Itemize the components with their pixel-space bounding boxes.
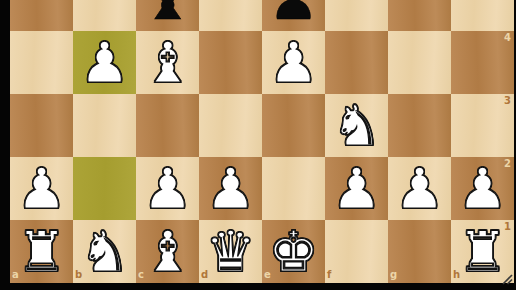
letterbox-bar-bottom	[0, 283, 516, 290]
file-label-d: d	[201, 270, 208, 280]
square-g1[interactable]: g	[388, 220, 451, 283]
square-h4[interactable]: 4	[451, 31, 514, 94]
square-b3[interactable]	[73, 94, 136, 157]
square-a2[interactable]: ♟	[10, 157, 73, 220]
white-pawn-g2[interactable]: ♟	[388, 157, 451, 220]
square-d2[interactable]: ♟	[199, 157, 262, 220]
white-bishop-c1[interactable]: ♝	[136, 220, 199, 283]
white-pawn-f2[interactable]: ♟	[325, 157, 388, 220]
white-pawn-c2[interactable]: ♟	[136, 157, 199, 220]
square-e3[interactable]	[262, 94, 325, 157]
square-f2[interactable]: ♟	[325, 157, 388, 220]
square-a4[interactable]	[10, 31, 73, 94]
white-pawn-d2[interactable]: ♟	[199, 157, 262, 220]
white-knight-f3[interactable]: ♞	[325, 94, 388, 157]
rank-label-4: 4	[504, 33, 511, 43]
square-b1[interactable]: ♞b	[73, 220, 136, 283]
file-label-c: c	[138, 270, 144, 280]
square-c4[interactable]: ♝	[136, 31, 199, 94]
chess-board[interactable]: 876♝♟5♟♝♟4♞3♟♟♟♟♟♟2♜a♞b♝c♛d♚efg♜h1	[10, 0, 514, 283]
file-label-f: f	[327, 270, 331, 280]
file-label-e: e	[264, 270, 271, 280]
square-c2[interactable]: ♟	[136, 157, 199, 220]
square-f1[interactable]: f	[325, 220, 388, 283]
file-label-b: b	[75, 270, 82, 280]
square-h3[interactable]: 3	[451, 94, 514, 157]
black-bishop-c5[interactable]: ♝	[136, 0, 199, 31]
square-b4[interactable]: ♟	[73, 31, 136, 94]
square-d4[interactable]	[199, 31, 262, 94]
rank-label-3: 3	[504, 96, 511, 106]
square-g4[interactable]	[388, 31, 451, 94]
square-d5[interactable]	[199, 0, 262, 31]
square-f3[interactable]: ♞	[325, 94, 388, 157]
black-pawn-e5[interactable]: ♟	[262, 0, 325, 31]
rank-label-2: 2	[504, 159, 511, 169]
square-a5[interactable]	[10, 0, 73, 31]
file-label-g: g	[390, 270, 397, 280]
square-e4[interactable]: ♟	[262, 31, 325, 94]
square-c5[interactable]: ♝	[136, 0, 199, 31]
square-h5[interactable]: 5	[451, 0, 514, 31]
square-b5[interactable]	[73, 0, 136, 31]
white-pawn-a2[interactable]: ♟	[10, 157, 73, 220]
square-c3[interactable]	[136, 94, 199, 157]
square-g5[interactable]	[388, 0, 451, 31]
rank-label-1: 1	[504, 222, 511, 232]
square-g3[interactable]	[388, 94, 451, 157]
video-frame: 876♝♟5♟♝♟4♞3♟♟♟♟♟♟2♜a♞b♝c♛d♚efg♜h1	[0, 0, 516, 290]
letterbox-bar-left	[0, 0, 10, 290]
white-pawn-b4[interactable]: ♟	[73, 31, 136, 94]
board-resize-handle-icon[interactable]	[501, 270, 513, 289]
square-h2[interactable]: ♟2	[451, 157, 514, 220]
white-king-e1[interactable]: ♚	[262, 220, 325, 283]
square-d3[interactable]	[199, 94, 262, 157]
white-pawn-e4[interactable]: ♟	[262, 31, 325, 94]
square-b2[interactable]	[73, 157, 136, 220]
square-e5[interactable]: ♟	[262, 0, 325, 31]
white-queen-d1[interactable]: ♛	[199, 220, 262, 283]
square-a1[interactable]: ♜a	[10, 220, 73, 283]
square-a3[interactable]	[10, 94, 73, 157]
square-f5[interactable]	[325, 0, 388, 31]
square-e2[interactable]	[262, 157, 325, 220]
file-label-a: a	[12, 270, 19, 280]
square-c1[interactable]: ♝c	[136, 220, 199, 283]
square-g2[interactable]: ♟	[388, 157, 451, 220]
square-d1[interactable]: ♛d	[199, 220, 262, 283]
white-rook-a1[interactable]: ♜	[10, 220, 73, 283]
file-label-h: h	[453, 270, 460, 280]
white-knight-b1[interactable]: ♞	[73, 220, 136, 283]
square-f4[interactable]	[325, 31, 388, 94]
square-e1[interactable]: ♚e	[262, 220, 325, 283]
white-bishop-c4[interactable]: ♝	[136, 31, 199, 94]
